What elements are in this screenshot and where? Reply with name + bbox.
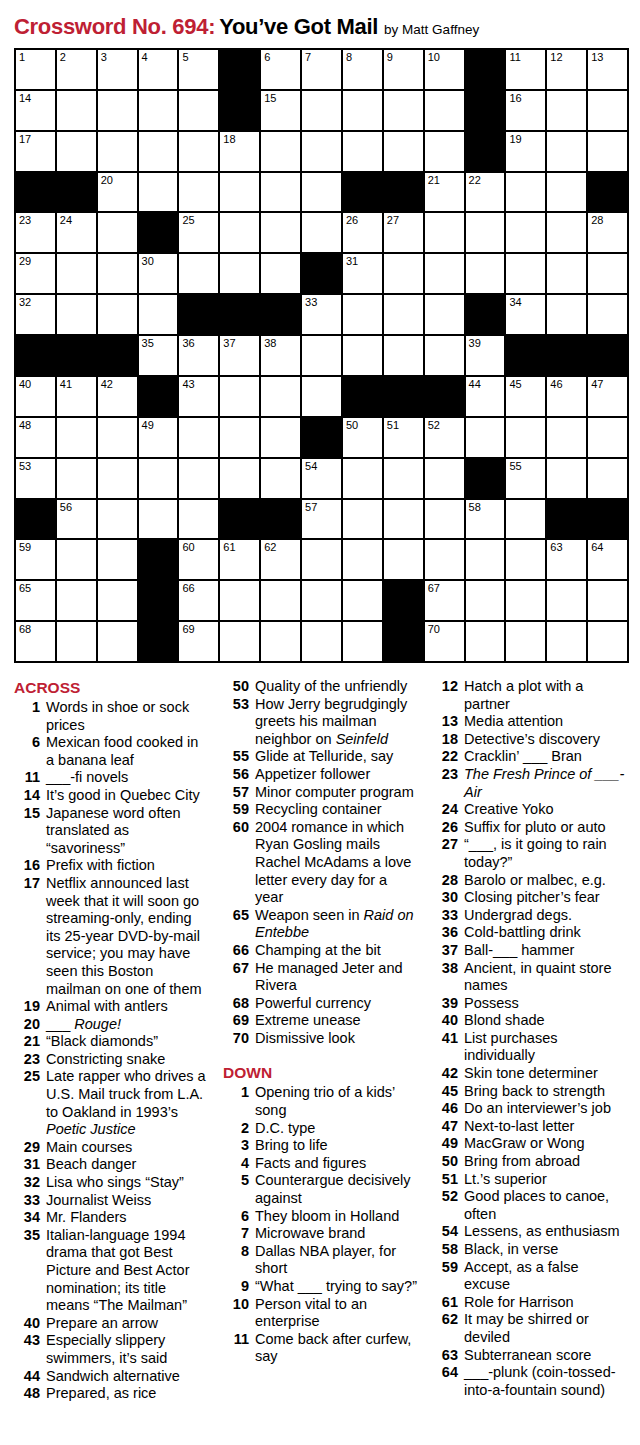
grid-cell[interactable] <box>302 91 341 130</box>
clue-number: 56 <box>223 766 249 784</box>
grid-cell[interactable]: 56 <box>57 500 96 539</box>
clue-number: 9 <box>223 1278 249 1296</box>
grid-cell[interactable] <box>302 173 341 212</box>
grid-cell[interactable] <box>588 418 627 457</box>
grid-cell[interactable] <box>98 254 137 293</box>
grid-cell[interactable] <box>261 213 300 252</box>
clue-item: 7Microwave brand <box>223 1225 417 1243</box>
grid-cell[interactable] <box>425 213 464 252</box>
grid-cell[interactable] <box>220 377 259 416</box>
grid-cell[interactable]: 16 <box>506 91 545 130</box>
cell-number: 44 <box>469 378 481 390</box>
clue-item: 45Bring back to strength <box>432 1083 626 1101</box>
grid-cell[interactable] <box>302 377 341 416</box>
clue-item: 40Prepare an arrow <box>14 1315 208 1333</box>
grid-cell[interactable] <box>343 622 382 661</box>
clue-number: 53 <box>223 696 249 749</box>
clue-item: 66Champing at the bit <box>223 942 417 960</box>
grid-cell[interactable]: 48 <box>16 418 55 457</box>
grid-cell[interactable] <box>302 132 341 171</box>
clue-item: 70Dismissive look <box>223 1030 417 1048</box>
grid-cell[interactable] <box>57 295 96 334</box>
grid-cell[interactable] <box>139 500 178 539</box>
clue-item: 25Late rapper who drives a U.S. Mail tru… <box>14 1068 208 1138</box>
grid-cell[interactable] <box>466 418 505 457</box>
grid-cell[interactable]: 2 <box>57 50 96 89</box>
grid-cell[interactable]: 44 <box>466 377 505 416</box>
clue-text: Prepare an arrow <box>46 1315 208 1333</box>
cell-number: 24 <box>60 214 72 226</box>
grid-cell[interactable] <box>588 459 627 498</box>
grid-cell[interactable] <box>98 418 137 457</box>
clue-item: 68Powerful currency <box>223 995 417 1013</box>
clue-item: 27“___, is it going to rain today?” <box>432 836 626 871</box>
clue-text: ___ Rouge! <box>46 1016 208 1034</box>
clue-item: 52Good places to canoe, often <box>432 1188 626 1223</box>
grid-cell[interactable] <box>384 91 423 130</box>
cell-number: 32 <box>19 296 31 308</box>
clue-number: 2 <box>223 1120 249 1138</box>
clue-number: 3 <box>223 1137 249 1155</box>
grid-cell[interactable]: 27 <box>384 213 423 252</box>
clue-text: Sandwich alternative <box>46 1368 208 1386</box>
grid-cell[interactable]: 25 <box>179 213 218 252</box>
clue-number: 68 <box>223 995 249 1013</box>
grid-cell[interactable]: 58 <box>466 500 505 539</box>
grid-cell[interactable]: 50 <box>343 418 382 457</box>
grid-cell[interactable] <box>588 581 627 620</box>
clue-text: Glide at Telluride, say <box>255 748 417 766</box>
cell-number: 28 <box>591 214 603 226</box>
grid-cell[interactable] <box>506 540 545 579</box>
grid-cell[interactable] <box>506 173 545 212</box>
grid-cell[interactable]: 28 <box>588 213 627 252</box>
grid-cell[interactable] <box>547 254 586 293</box>
grid-cell[interactable] <box>343 500 382 539</box>
grid-cell[interactable]: 43 <box>179 377 218 416</box>
grid-cell[interactable] <box>302 213 341 252</box>
grid-cell[interactable] <box>261 254 300 293</box>
clue-number: 43 <box>14 1332 40 1367</box>
grid-cell[interactable]: 62 <box>261 540 300 579</box>
clue-item: 49MacGraw or Wong <box>432 1135 626 1153</box>
grid-cell[interactable] <box>220 622 259 661</box>
grid-cell[interactable] <box>384 336 423 375</box>
clue-number: 20 <box>14 1016 40 1034</box>
grid-cell[interactable] <box>57 540 96 579</box>
clue-item: 53How Jerry begrudgingly greets his mail… <box>223 696 417 749</box>
grid-cell[interactable]: 9 <box>384 50 423 89</box>
grid-cell[interactable] <box>220 254 259 293</box>
grid-cell[interactable] <box>98 622 137 661</box>
grid-cell[interactable] <box>302 540 341 579</box>
grid-cell[interactable] <box>425 540 464 579</box>
grid-cell[interactable] <box>384 254 423 293</box>
grid-cell[interactable]: 64 <box>588 540 627 579</box>
grid-cell[interactable] <box>384 459 423 498</box>
black-square <box>220 295 259 334</box>
grid-cell[interactable]: 63 <box>547 540 586 579</box>
clue-text: Late rapper who drives a U.S. Mail truck… <box>46 1068 208 1138</box>
grid-cell[interactable] <box>425 459 464 498</box>
clue-number: 30 <box>432 889 458 907</box>
cell-number: 8 <box>346 51 352 63</box>
black-square <box>588 173 627 212</box>
clue-text: MacGraw or Wong <box>464 1135 626 1153</box>
grid-cell[interactable] <box>220 418 259 457</box>
grid-cell[interactable] <box>139 459 178 498</box>
grid-cell[interactable] <box>98 132 137 171</box>
grid-cell[interactable] <box>506 622 545 661</box>
cell-number: 7 <box>305 51 311 63</box>
grid-cell[interactable] <box>220 581 259 620</box>
clue-item: 13Media attention <box>432 713 626 731</box>
byline: by Matt Gaffney <box>384 22 479 37</box>
grid-cell[interactable] <box>506 418 545 457</box>
black-square <box>261 295 300 334</box>
grid-cell[interactable]: 32 <box>16 295 55 334</box>
grid-cell[interactable]: 5 <box>179 50 218 89</box>
clue-item: 58Black, in verse <box>432 1241 626 1259</box>
grid-cell[interactable]: 12 <box>547 50 586 89</box>
grid-cell[interactable] <box>179 500 218 539</box>
grid-cell[interactable]: 51 <box>384 418 423 457</box>
clue-text: Constricting snake <box>46 1051 208 1069</box>
clue-item: 19Animal with antlers <box>14 998 208 1016</box>
grid-cell[interactable] <box>547 91 586 130</box>
cell-number: 26 <box>346 214 358 226</box>
grid-cell[interactable]: 45 <box>506 377 545 416</box>
grid-cell[interactable] <box>220 459 259 498</box>
grid-cell[interactable] <box>547 173 586 212</box>
clue-item: 59Recycling container <box>223 801 417 819</box>
grid-cell[interactable]: 20 <box>98 173 137 212</box>
clue-item: 65Weapon seen in Raid on Entebbe <box>223 907 417 942</box>
grid-cell[interactable] <box>302 581 341 620</box>
grid-cell[interactable] <box>384 132 423 171</box>
clue-number: 41 <box>432 1030 458 1065</box>
grid-cell[interactable]: 67 <box>425 581 464 620</box>
grid-cell[interactable] <box>343 540 382 579</box>
clue-item: 35Italian-language 1994 drama that got B… <box>14 1227 208 1315</box>
cell-number: 56 <box>60 501 72 513</box>
grid-cell[interactable]: 41 <box>57 377 96 416</box>
grid-cell[interactable] <box>425 132 464 171</box>
clue-text: Minor computer program <box>255 784 417 802</box>
clue-text: Opening trio of a kids’ song <box>255 1084 417 1119</box>
clue-number: 61 <box>432 1294 458 1312</box>
grid-cell[interactable] <box>588 91 627 130</box>
grid-cell[interactable]: 15 <box>261 91 300 130</box>
grid-cell[interactable] <box>98 581 137 620</box>
grid-cell[interactable] <box>466 540 505 579</box>
grid-cell[interactable] <box>57 418 96 457</box>
grid-cell[interactable] <box>343 132 382 171</box>
grid-cell[interactable] <box>588 132 627 171</box>
cell-number: 30 <box>142 255 154 267</box>
clue-text: Good places to canoe, often <box>464 1188 626 1223</box>
grid-cell[interactable] <box>547 459 586 498</box>
clue-text: Suffix for pluto or auto <box>464 819 626 837</box>
clue-item: 48Prepared, as rice <box>14 1385 208 1403</box>
grid-cell[interactable]: 55 <box>506 459 545 498</box>
grid-cell[interactable] <box>220 213 259 252</box>
grid-cell[interactable] <box>139 173 178 212</box>
grid-cell[interactable]: 23 <box>16 213 55 252</box>
grid-cell[interactable] <box>261 622 300 661</box>
grid-cell[interactable]: 69 <box>179 622 218 661</box>
clue-number: 48 <box>14 1385 40 1403</box>
grid-cell[interactable] <box>261 173 300 212</box>
grid-cell[interactable] <box>302 622 341 661</box>
grid-cell[interactable]: 22 <box>466 173 505 212</box>
grid-cell[interactable] <box>98 91 137 130</box>
clue-item: 50Bring from abroad <box>432 1153 626 1171</box>
clue-item: 29Main courses <box>14 1139 208 1157</box>
clue-text: Bring to life <box>255 1137 417 1155</box>
grid-cell[interactable]: 40 <box>16 377 55 416</box>
grid-cell[interactable]: 30 <box>139 254 178 293</box>
grid-cell[interactable]: 34 <box>506 295 545 334</box>
clue-item: 5Counterargue decisively against <box>223 1172 417 1207</box>
grid-cell[interactable] <box>98 213 137 252</box>
cell-number: 64 <box>591 541 603 553</box>
clue-number: 36 <box>432 924 458 942</box>
clue-number: 46 <box>432 1100 458 1118</box>
grid-cell[interactable] <box>425 295 464 334</box>
grid-cell[interactable] <box>343 336 382 375</box>
grid-cell[interactable] <box>261 418 300 457</box>
clue-number: 50 <box>223 678 249 696</box>
cell-number: 14 <box>19 92 31 104</box>
grid-cell[interactable] <box>588 295 627 334</box>
grid-cell[interactable]: 7 <box>302 50 341 89</box>
black-square <box>139 540 178 579</box>
clue-text: “Black diamonds” <box>46 1033 208 1051</box>
black-square <box>384 173 423 212</box>
grid-cell[interactable]: 14 <box>16 91 55 130</box>
grid-cell[interactable] <box>384 295 423 334</box>
grid-cell[interactable] <box>179 91 218 130</box>
clue-item: 12Hatch a plot with a partner <box>432 678 626 713</box>
grid-cell[interactable] <box>98 459 137 498</box>
grid-cell[interactable] <box>343 459 382 498</box>
grid-cell[interactable] <box>588 622 627 661</box>
grid-cell[interactable] <box>139 91 178 130</box>
black-square <box>506 336 545 375</box>
clue-text: Animal with antlers <box>46 998 208 1016</box>
cell-number: 70 <box>428 623 440 635</box>
grid-cell[interactable]: 17 <box>16 132 55 171</box>
clue-number: 8 <box>223 1243 249 1278</box>
grid-cell[interactable]: 19 <box>506 132 545 171</box>
clue-item: 9“What ___ trying to say?” <box>223 1278 417 1296</box>
grid-cell[interactable] <box>179 418 218 457</box>
grid-cell[interactable] <box>506 500 545 539</box>
grid-cell[interactable]: 11 <box>506 50 545 89</box>
clue-text: Facts and figures <box>255 1155 417 1173</box>
clue-item: 37Ball-___ hammer <box>432 942 626 960</box>
grid-cell[interactable] <box>466 254 505 293</box>
black-square <box>261 500 300 539</box>
clue-text: Counterargue decisively against <box>255 1172 417 1207</box>
grid-cell[interactable]: 42 <box>98 377 137 416</box>
clue-item: 47Next-to-last letter <box>432 1118 626 1136</box>
grid-cell[interactable] <box>343 581 382 620</box>
clue-number: 10 <box>223 1296 249 1331</box>
clue-item: 38Ancient, in quaint store names <box>432 960 626 995</box>
grid-cell[interactable]: 57 <box>302 500 341 539</box>
grid-cell[interactable]: 65 <box>16 581 55 620</box>
grid-cell[interactable] <box>425 336 464 375</box>
grid-cell[interactable]: 13 <box>588 50 627 89</box>
grid-cell[interactable] <box>261 459 300 498</box>
cell-number: 22 <box>469 174 481 186</box>
grid-cell[interactable]: 24 <box>57 213 96 252</box>
grid-cell[interactable] <box>547 581 586 620</box>
cell-number: 51 <box>387 419 399 431</box>
grid-cell[interactable]: 61 <box>220 540 259 579</box>
grid-cell[interactable] <box>343 295 382 334</box>
clue-item: 11___-fi novels <box>14 769 208 787</box>
grid-cell[interactable]: 49 <box>139 418 178 457</box>
grid-cell[interactable]: 31 <box>343 254 382 293</box>
clue-text: Ancient, in quaint store names <box>464 960 626 995</box>
grid-cell[interactable]: 36 <box>179 336 218 375</box>
black-square <box>343 173 382 212</box>
cell-number: 37 <box>223 337 235 349</box>
grid-cell[interactable] <box>425 254 464 293</box>
grid-cell[interactable] <box>57 622 96 661</box>
grid-cell[interactable] <box>57 581 96 620</box>
clue-number: 50 <box>432 1153 458 1171</box>
clue-item: 20___ Rouge! <box>14 1016 208 1034</box>
cell-number: 3 <box>101 51 107 63</box>
puzzle-number: Crossword No. 694: <box>14 14 215 39</box>
clue-number: 57 <box>223 784 249 802</box>
grid-cell[interactable] <box>57 132 96 171</box>
black-square <box>57 336 96 375</box>
grid-cell[interactable] <box>179 132 218 171</box>
grid-cell[interactable]: 46 <box>547 377 586 416</box>
grid-cell[interactable]: 47 <box>588 377 627 416</box>
grid-cell[interactable]: 10 <box>425 50 464 89</box>
clue-column-1: ACROSS1Words in shoe or sock prices6Mexi… <box>14 678 208 1403</box>
grid-cell[interactable]: 8 <box>343 50 382 89</box>
cell-number: 38 <box>264 337 276 349</box>
grid-cell[interactable] <box>302 336 341 375</box>
grid-cell[interactable]: 39 <box>466 336 505 375</box>
grid-cell[interactable] <box>466 213 505 252</box>
grid-cell[interactable] <box>261 581 300 620</box>
black-square <box>139 213 178 252</box>
grid-cell[interactable] <box>57 459 96 498</box>
cell-number: 1 <box>19 51 25 63</box>
grid-cell[interactable] <box>57 254 96 293</box>
clue-number: 38 <box>432 960 458 995</box>
grid-cell[interactable] <box>139 295 178 334</box>
clue-number: 19 <box>14 998 40 1016</box>
grid-cell[interactable] <box>547 418 586 457</box>
grid-cell[interactable] <box>547 213 586 252</box>
grid-cell[interactable] <box>98 500 137 539</box>
grid-cell[interactable] <box>179 173 218 212</box>
grid-cell[interactable]: 3 <box>98 50 137 89</box>
grid-cell[interactable]: 53 <box>16 459 55 498</box>
clue-text: Bring back to strength <box>464 1083 626 1101</box>
clue-text: Cracklin’ ___ Bran <box>464 748 626 766</box>
grid-cell[interactable] <box>547 295 586 334</box>
clue-number: 69 <box>223 1012 249 1030</box>
black-square <box>466 50 505 89</box>
grid-cell[interactable] <box>384 500 423 539</box>
clue-number: 27 <box>432 836 458 871</box>
cell-number: 6 <box>264 51 270 63</box>
grid-cell[interactable]: 66 <box>179 581 218 620</box>
grid-cell[interactable] <box>343 91 382 130</box>
clue-text: How Jerry begrudgingly greets his mailma… <box>255 696 417 749</box>
grid-cell[interactable] <box>466 622 505 661</box>
clue-item: 602004 romance in which Ryan Gosling mai… <box>223 819 417 907</box>
grid-cell[interactable] <box>425 91 464 130</box>
grid-cell[interactable] <box>506 213 545 252</box>
grid-cell[interactable] <box>220 173 259 212</box>
grid-cell[interactable] <box>98 540 137 579</box>
grid-cell[interactable]: 59 <box>16 540 55 579</box>
clue-text: Microwave brand <box>255 1225 417 1243</box>
grid-cell[interactable]: 54 <box>302 459 341 498</box>
grid-cell[interactable] <box>547 622 586 661</box>
grid-cell[interactable] <box>261 132 300 171</box>
grid-cell[interactable] <box>425 500 464 539</box>
cell-number: 48 <box>19 419 31 431</box>
grid-cell[interactable]: 1 <box>16 50 55 89</box>
grid-cell[interactable]: 26 <box>343 213 382 252</box>
grid-cell[interactable]: 6 <box>261 50 300 89</box>
grid-cell[interactable] <box>466 581 505 620</box>
grid-cell[interactable]: 35 <box>139 336 178 375</box>
grid-cell[interactable]: 52 <box>425 418 464 457</box>
grid-cell[interactable]: 18 <box>220 132 259 171</box>
grid-cell[interactable]: 4 <box>139 50 178 89</box>
clue-text: ___-fi novels <box>46 769 208 787</box>
clue-text: It may be shirred or deviled <box>464 1311 626 1346</box>
grid-cell[interactable] <box>261 377 300 416</box>
clue-text: Hatch a plot with a partner <box>464 678 626 713</box>
grid-cell[interactable] <box>506 581 545 620</box>
grid-cell[interactable]: 68 <box>16 622 55 661</box>
grid-cell[interactable] <box>547 132 586 171</box>
grid-cell[interactable]: 70 <box>425 622 464 661</box>
grid-cell[interactable] <box>384 540 423 579</box>
grid-cell[interactable]: 37 <box>220 336 259 375</box>
clue-item: 24Creative Yoko <box>432 801 626 819</box>
grid-cell[interactable] <box>588 254 627 293</box>
grid-cell[interactable] <box>139 132 178 171</box>
grid-cell[interactable]: 33 <box>302 295 341 334</box>
clue-text: Accept, as a false excuse <box>464 1259 626 1294</box>
grid-cell[interactable]: 29 <box>16 254 55 293</box>
clue-item: 6Mexican food cooked in a banana leaf <box>14 734 208 769</box>
grid-cell[interactable]: 60 <box>179 540 218 579</box>
grid-cell[interactable]: 21 <box>425 173 464 212</box>
grid-cell[interactable] <box>506 254 545 293</box>
grid-cell[interactable] <box>179 254 218 293</box>
grid-cell[interactable] <box>57 91 96 130</box>
grid-cell[interactable] <box>98 295 137 334</box>
grid-cell[interactable] <box>179 459 218 498</box>
grid-cell[interactable]: 38 <box>261 336 300 375</box>
